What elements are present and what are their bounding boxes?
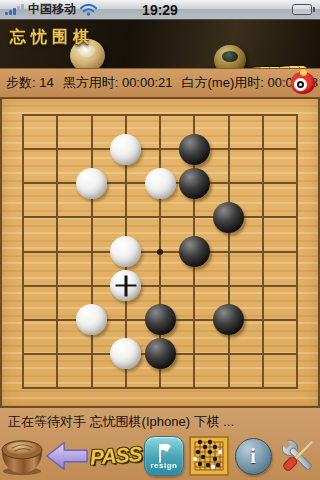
app-banner: 忘忧围棋 bbox=[0, 20, 320, 68]
clock: 19:29 bbox=[0, 2, 320, 18]
move-count: 步数: 14 bbox=[6, 74, 54, 92]
tools-icon bbox=[276, 433, 320, 479]
bottom-panel: 正在等待对手 忘忧围棋(Iphone) 下棋 ... bbox=[0, 408, 320, 480]
white-stone bbox=[110, 270, 141, 301]
black-stone bbox=[179, 236, 210, 267]
board-button[interactable] bbox=[187, 433, 231, 479]
black-stone bbox=[213, 202, 244, 233]
go-board[interactable] bbox=[0, 97, 320, 408]
pass-label: PASS bbox=[89, 442, 142, 470]
info-label: i bbox=[250, 443, 256, 469]
black-time: 黑方用时: 00:00:21 bbox=[63, 74, 173, 92]
white-stone bbox=[76, 304, 107, 335]
mini-goban-icon bbox=[189, 436, 229, 476]
white-stone bbox=[76, 168, 107, 199]
resign-button[interactable]: resign bbox=[142, 433, 186, 479]
weibo-share-icon[interactable] bbox=[291, 72, 315, 94]
settings-button[interactable] bbox=[276, 433, 320, 479]
white-stone bbox=[110, 338, 141, 369]
battery-icon bbox=[292, 4, 315, 15]
resign-label: resign bbox=[150, 461, 177, 470]
black-stone bbox=[179, 168, 210, 199]
black-stone bbox=[179, 134, 210, 165]
go-bowl-icon bbox=[0, 435, 44, 477]
white-stone bbox=[110, 134, 141, 165]
game-status-bar: 步数: 14 黑方用时: 00:00:21 白方(me)用时: 00:00:13 bbox=[0, 68, 320, 97]
flag-icon bbox=[153, 443, 175, 463]
status-message: 正在等待对手 忘忧围棋(Iphone) 下棋 ... bbox=[0, 408, 320, 431]
toolbar: PASS resign bbox=[0, 433, 320, 479]
info-button[interactable]: i bbox=[231, 433, 275, 479]
black-stone bbox=[145, 304, 176, 335]
status-bar: 中国移动 19:29 bbox=[0, 0, 320, 20]
black-stone bbox=[213, 304, 244, 335]
pass-button[interactable]: PASS bbox=[89, 433, 141, 479]
white-stone bbox=[110, 236, 141, 267]
back-button[interactable] bbox=[45, 433, 89, 479]
white-stone bbox=[145, 168, 176, 199]
app-title: 忘忧围棋 bbox=[10, 27, 94, 48]
back-arrow-icon bbox=[45, 439, 89, 473]
last-move-marker bbox=[115, 275, 136, 296]
iphone-screen: 中国移动 19:29 忘忧围棋 步数: 14 黑方用时: 00:00:21 白方… bbox=[0, 0, 320, 480]
stone-bowl-button[interactable] bbox=[0, 433, 44, 479]
black-stone-bowl-image bbox=[214, 45, 246, 68]
black-stone bbox=[145, 338, 176, 369]
star-point bbox=[157, 249, 163, 255]
